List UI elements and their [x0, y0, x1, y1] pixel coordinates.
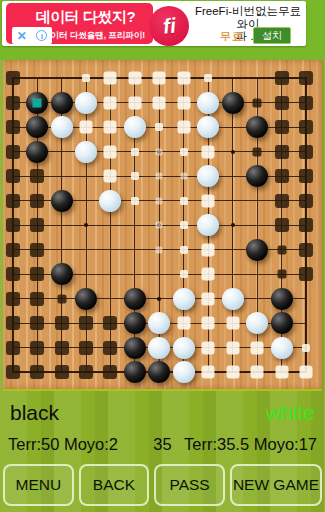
white-territory-marker — [156, 148, 163, 155]
black-territory-marker — [55, 341, 69, 355]
board-point-5-11[interactable] — [123, 336, 147, 360]
board-point-0-0[interactable] — [1, 66, 25, 90]
board-point-4-9[interactable] — [98, 287, 122, 311]
white-player-label: white — [266, 401, 315, 425]
white-territory-marker — [251, 366, 264, 379]
board-point-5-1[interactable] — [123, 91, 147, 115]
board-point-5-8[interactable] — [123, 262, 147, 286]
board-point-5-3[interactable] — [123, 140, 147, 164]
board-point-12-6[interactable] — [294, 213, 318, 237]
board-point-11-4[interactable] — [270, 164, 294, 188]
board-point-0-10[interactable] — [1, 311, 25, 335]
board-point-10-10[interactable] — [245, 311, 269, 335]
board-point-11-2[interactable] — [270, 115, 294, 139]
black-territory-marker — [299, 218, 313, 232]
board-point-2-12[interactable] — [50, 360, 74, 384]
white-territory-marker — [177, 121, 190, 134]
black-territory-marker — [30, 169, 44, 183]
black-territory-marker — [299, 145, 313, 159]
board-point-1-8[interactable] — [25, 262, 49, 286]
board-point-8-3[interactable] — [196, 140, 220, 164]
white-territory-marker — [82, 74, 90, 82]
board-point-7-9[interactable] — [172, 287, 196, 311]
board-point-10-11[interactable] — [245, 336, 269, 360]
black-territory-marker — [79, 365, 93, 379]
new-game-button[interactable]: NEW GAME — [230, 464, 322, 506]
board-point-2-2[interactable] — [50, 115, 74, 139]
white-territory-marker — [156, 222, 163, 229]
board-point-3-2[interactable] — [74, 115, 98, 139]
board-point-1-0[interactable] — [25, 66, 49, 90]
white-score: Terr:35.5 Moyo:17 — [184, 435, 317, 454]
board-point-4-11[interactable] — [98, 336, 122, 360]
board-point-0-3[interactable] — [1, 140, 25, 164]
board-point-7-7[interactable] — [172, 238, 196, 262]
board-point-10-0[interactable] — [245, 66, 269, 90]
board-point-9-10[interactable] — [221, 311, 245, 335]
white-territory-marker — [202, 292, 215, 305]
white-territory-marker — [177, 317, 190, 330]
board-point-4-3[interactable] — [98, 140, 122, 164]
board-point-1-12[interactable] — [25, 360, 49, 384]
black-stone — [51, 263, 73, 285]
black-territory-marker — [299, 71, 313, 85]
board-point-11-8[interactable] — [270, 262, 294, 286]
white-territory-marker — [104, 145, 117, 158]
white-territory-marker — [275, 366, 288, 379]
board-point-8-5[interactable] — [196, 189, 220, 213]
board-point-1-10[interactable] — [25, 311, 49, 335]
board-point-12-3[interactable] — [294, 140, 318, 164]
black-territory-marker — [275, 218, 289, 232]
black-territory-marker — [30, 243, 44, 257]
board-point-2-7[interactable] — [50, 238, 74, 262]
board-point-5-6[interactable] — [123, 213, 147, 237]
black-territory-marker — [103, 341, 117, 355]
white-territory-marker — [202, 145, 215, 158]
button-row: MENU BACK PASS NEW GAME — [3, 464, 322, 506]
white-territory-marker — [202, 194, 215, 207]
ad-icon-group: ✕ i — [12, 27, 52, 44]
board-point-7-11[interactable] — [172, 336, 196, 360]
freefi-logo-text: fi — [161, 13, 176, 38]
board-point-10-5[interactable] — [245, 189, 269, 213]
last-move-marker — [33, 98, 42, 107]
black-territory-marker — [6, 341, 20, 355]
board-point-4-8[interactable] — [98, 262, 122, 286]
board-point-0-7[interactable] — [1, 238, 25, 262]
board-point-11-7[interactable] — [270, 238, 294, 262]
board-point-6-4[interactable] — [147, 164, 171, 188]
white-stone — [173, 288, 195, 310]
black-stone — [271, 312, 293, 334]
board-point-7-10[interactable] — [172, 311, 196, 335]
info-icon[interactable]: i — [36, 30, 47, 41]
black-territory-marker — [299, 96, 313, 110]
board-point-1-2[interactable] — [25, 115, 49, 139]
board-point-1-4[interactable] — [25, 164, 49, 188]
board-point-8-11[interactable] — [196, 336, 220, 360]
board-point-6-1[interactable] — [147, 91, 171, 115]
board-point-2-0[interactable] — [50, 66, 74, 90]
board-point-0-12[interactable] — [1, 360, 25, 384]
board-point-5-9[interactable] — [123, 287, 147, 311]
board-point-9-7[interactable] — [221, 238, 245, 262]
board-point-4-2[interactable] — [98, 115, 122, 139]
white-territory-marker — [180, 246, 188, 254]
black-stone — [124, 312, 146, 334]
board-point-12-12[interactable] — [294, 360, 318, 384]
white-territory-marker — [299, 366, 312, 379]
white-territory-marker — [131, 172, 139, 180]
board-point-7-2[interactable] — [172, 115, 196, 139]
board-point-3-11[interactable] — [74, 336, 98, 360]
board-point-4-0[interactable] — [98, 66, 122, 90]
board-point-7-1[interactable] — [172, 91, 196, 115]
board-point-6-6[interactable] — [147, 213, 171, 237]
board-point-6-8[interactable] — [147, 262, 171, 286]
board-point-11-11[interactable] — [270, 336, 294, 360]
board-point-2-1[interactable] — [50, 91, 74, 115]
board-point-4-5[interactable] — [98, 189, 122, 213]
board-point-9-12[interactable] — [221, 360, 245, 384]
white-territory-marker — [104, 96, 117, 109]
board-point-11-6[interactable] — [270, 213, 294, 237]
black-territory-marker — [299, 169, 313, 183]
white-territory-marker — [128, 72, 141, 85]
board-point-6-10[interactable] — [147, 311, 171, 335]
board-point-3-12[interactable] — [74, 360, 98, 384]
board-point-10-2[interactable] — [245, 115, 269, 139]
board-point-6-11[interactable] — [147, 336, 171, 360]
white-territory-marker — [204, 74, 212, 82]
board-point-6-0[interactable] — [147, 66, 171, 90]
board-point-4-6[interactable] — [98, 213, 122, 237]
black-territory-marker — [79, 341, 93, 355]
board-point-5-12[interactable] — [123, 360, 147, 384]
white-stone — [51, 116, 73, 138]
white-stone — [173, 361, 195, 383]
black-territory-marker — [6, 71, 20, 85]
white-territory-marker — [156, 246, 163, 253]
black-stone — [222, 92, 244, 114]
board-point-9-9[interactable] — [221, 287, 245, 311]
black-territory-marker — [6, 145, 20, 159]
board-point-7-6[interactable] — [172, 213, 196, 237]
board-point-6-12[interactable] — [147, 360, 171, 384]
board-point-0-2[interactable] — [1, 115, 25, 139]
board-point-5-0[interactable] — [123, 66, 147, 90]
back-button[interactable]: BACK — [79, 464, 150, 506]
board-point-5-5[interactable] — [123, 189, 147, 213]
white-stone — [246, 312, 268, 334]
board-point-2-10[interactable] — [50, 311, 74, 335]
board-point-1-3[interactable] — [25, 140, 49, 164]
black-territory-marker — [6, 96, 20, 110]
black-territory-marker — [299, 243, 313, 257]
board-point-6-2[interactable] — [147, 115, 171, 139]
board-point-4-1[interactable] — [98, 91, 122, 115]
board-point-3-8[interactable] — [74, 262, 98, 286]
white-territory-marker — [131, 197, 139, 205]
black-territory-marker — [275, 145, 289, 159]
black-stone — [51, 190, 73, 212]
black-territory-marker — [275, 169, 289, 183]
board-point-10-12[interactable] — [245, 360, 269, 384]
board-point-11-12[interactable] — [270, 360, 294, 384]
board-point-11-9[interactable] — [270, 287, 294, 311]
white-territory-marker — [180, 270, 188, 278]
board-point-2-11[interactable] — [50, 336, 74, 360]
black-territory-marker — [30, 341, 44, 355]
board-point-0-1[interactable] — [1, 91, 25, 115]
board-point-12-11[interactable] — [294, 336, 318, 360]
board-point-9-5[interactable] — [221, 189, 245, 213]
board-point-8-8[interactable] — [196, 262, 220, 286]
board-point-1-9[interactable] — [25, 287, 49, 311]
white-territory-marker — [104, 72, 117, 85]
board-point-8-7[interactable] — [196, 238, 220, 262]
board-point-1-1[interactable] — [25, 91, 49, 115]
board-point-9-0[interactable] — [221, 66, 245, 90]
black-territory-marker — [6, 169, 20, 183]
black-stone — [271, 288, 293, 310]
go-board[interactable] — [3, 60, 322, 389]
ad-banner[interactable]: 데이터 다썼지? 데이터 다썼을땐, 프리파이! ✕ i fi FreeFi-비… — [2, 1, 306, 46]
white-stone — [148, 337, 170, 359]
white-territory-marker — [202, 317, 215, 330]
score-line: Terr:50 Moyo:2 35 Terr:35.5 Moyo:17 — [8, 435, 317, 455]
white-territory-marker — [155, 123, 163, 131]
board-point-6-5[interactable] — [147, 189, 171, 213]
black-territory-marker — [6, 218, 20, 232]
board-point-3-1[interactable] — [74, 91, 98, 115]
player-line: black white — [10, 401, 315, 427]
board-point-11-10[interactable] — [270, 311, 294, 335]
board-point-5-2[interactable] — [123, 115, 147, 139]
white-territory-marker — [131, 148, 139, 156]
board-point-8-6[interactable] — [196, 213, 220, 237]
black-territory-marker — [6, 267, 20, 281]
board-point-8-1[interactable] — [196, 91, 220, 115]
white-territory-marker — [156, 173, 163, 180]
board-point-7-4[interactable] — [172, 164, 196, 188]
board-point-10-1[interactable] — [245, 91, 269, 115]
white-stone — [124, 116, 146, 138]
white-stone — [75, 141, 97, 163]
board-point-3-10[interactable] — [74, 311, 98, 335]
black-territory-marker — [299, 120, 313, 134]
board-point-2-3[interactable] — [50, 140, 74, 164]
board-point-12-8[interactable] — [294, 262, 318, 286]
board-point-11-3[interactable] — [270, 140, 294, 164]
board-point-9-8[interactable] — [221, 262, 245, 286]
board-point-6-9[interactable] — [147, 287, 171, 311]
white-territory-marker — [251, 341, 264, 354]
white-stone — [75, 92, 97, 114]
white-stone — [197, 92, 219, 114]
menu-button[interactable]: MENU — [3, 464, 74, 506]
board-point-0-6[interactable] — [1, 213, 25, 237]
black-territory-marker — [277, 270, 286, 279]
black-territory-marker — [299, 194, 313, 208]
pass-button[interactable]: PASS — [154, 464, 225, 506]
black-territory-marker — [30, 365, 44, 379]
board-point-10-9[interactable] — [245, 287, 269, 311]
white-territory-marker — [128, 96, 141, 109]
ad-free-label: 무료 — [220, 29, 244, 44]
board-point-3-3[interactable] — [74, 140, 98, 164]
board-point-3-7[interactable] — [74, 238, 98, 262]
black-stone — [124, 288, 146, 310]
board-point-12-1[interactable] — [294, 91, 318, 115]
board-point-11-5[interactable] — [270, 189, 294, 213]
white-stone — [271, 337, 293, 359]
board-point-5-4[interactable] — [123, 164, 147, 188]
black-territory-marker — [6, 365, 20, 379]
board-point-3-0[interactable] — [74, 66, 98, 90]
board-point-6-7[interactable] — [147, 238, 171, 262]
white-stone — [148, 312, 170, 334]
black-stone — [124, 361, 146, 383]
board-point-10-3[interactable] — [245, 140, 269, 164]
board-point-9-6[interactable] — [221, 213, 245, 237]
board-point-11-1[interactable] — [270, 91, 294, 115]
board-point-5-10[interactable] — [123, 311, 147, 335]
black-territory-marker — [30, 267, 44, 281]
black-territory-marker — [253, 147, 262, 156]
board-point-10-6[interactable] — [245, 213, 269, 237]
board-point-2-8[interactable] — [50, 262, 74, 286]
board-point-7-3[interactable] — [172, 140, 196, 164]
board-point-12-4[interactable] — [294, 164, 318, 188]
white-stone — [99, 190, 121, 212]
board-point-2-5[interactable] — [50, 189, 74, 213]
board-point-7-8[interactable] — [172, 262, 196, 286]
board-point-2-6[interactable] — [50, 213, 74, 237]
black-stone — [26, 92, 48, 114]
black-territory-marker — [57, 294, 66, 303]
board-point-4-10[interactable] — [98, 311, 122, 335]
white-territory-marker — [202, 366, 215, 379]
black-territory-marker — [253, 98, 262, 107]
board-point-8-2[interactable] — [196, 115, 220, 139]
board-point-2-9[interactable] — [50, 287, 74, 311]
black-player-label: black — [10, 401, 59, 425]
board-point-12-5[interactable] — [294, 189, 318, 213]
ad-headline: 데이터 다썼지? — [6, 8, 153, 27]
black-territory-marker — [275, 96, 289, 110]
board-point-0-8[interactable] — [1, 262, 25, 286]
board-point-9-4[interactable] — [221, 164, 245, 188]
board-point-1-7[interactable] — [25, 238, 49, 262]
black-stone — [124, 337, 146, 359]
board-point-1-5[interactable] — [25, 189, 49, 213]
board-point-8-12[interactable] — [196, 360, 220, 384]
black-stone — [246, 165, 268, 187]
board-point-0-4[interactable] — [1, 164, 25, 188]
board-point-12-7[interactable] — [294, 238, 318, 262]
board-point-10-7[interactable] — [245, 238, 269, 262]
board-point-6-3[interactable] — [147, 140, 171, 164]
black-territory-marker — [6, 316, 20, 330]
board-point-12-10[interactable] — [294, 311, 318, 335]
board-point-11-0[interactable] — [270, 66, 294, 90]
board-point-12-9[interactable] — [294, 287, 318, 311]
board-point-1-11[interactable] — [25, 336, 49, 360]
black-territory-marker — [275, 120, 289, 134]
ad-install-button[interactable]: 설치 — [253, 27, 291, 44]
board-point-9-11[interactable] — [221, 336, 245, 360]
board-point-1-6[interactable] — [25, 213, 49, 237]
board-point-8-0[interactable] — [196, 66, 220, 90]
white-territory-marker — [180, 197, 188, 205]
black-score: Terr:50 Moyo:2 — [8, 435, 118, 454]
black-territory-marker — [299, 267, 313, 281]
board-point-4-12[interactable] — [98, 360, 122, 384]
board-point-4-7[interactable] — [98, 238, 122, 262]
white-territory-marker — [153, 72, 166, 85]
white-territory-marker — [202, 243, 215, 256]
black-territory-marker — [30, 292, 44, 306]
board-point-10-8[interactable] — [245, 262, 269, 286]
black-territory-marker — [30, 218, 44, 232]
board-point-9-2[interactable] — [221, 115, 245, 139]
black-territory-marker — [30, 194, 44, 208]
board-point-7-5[interactable] — [172, 189, 196, 213]
board-point-4-4[interactable] — [98, 164, 122, 188]
board-point-7-12[interactable] — [172, 360, 196, 384]
board-point-7-0[interactable] — [172, 66, 196, 90]
white-territory-marker — [226, 366, 239, 379]
black-territory-marker — [103, 316, 117, 330]
white-territory-marker — [180, 221, 188, 229]
white-territory-marker — [104, 121, 117, 134]
black-territory-marker — [6, 292, 20, 306]
board-point-8-4[interactable] — [196, 164, 220, 188]
board-point-12-0[interactable] — [294, 66, 318, 90]
board-point-0-11[interactable] — [1, 336, 25, 360]
board-point-3-4[interactable] — [74, 164, 98, 188]
black-territory-marker — [30, 316, 44, 330]
board-point-12-2[interactable] — [294, 115, 318, 139]
board-point-0-9[interactable] — [1, 287, 25, 311]
board-point-9-1[interactable] — [221, 91, 245, 115]
black-territory-marker — [55, 365, 69, 379]
board-point-0-5[interactable] — [1, 189, 25, 213]
board-point-9-3[interactable] — [221, 140, 245, 164]
black-stone — [26, 116, 48, 138]
board-point-8-9[interactable] — [196, 287, 220, 311]
white-territory-marker — [156, 197, 163, 204]
black-territory-marker — [79, 316, 93, 330]
black-stone — [246, 239, 268, 261]
board-point-2-4[interactable] — [50, 164, 74, 188]
board-point-10-4[interactable] — [245, 164, 269, 188]
black-territory-marker — [275, 194, 289, 208]
white-territory-marker — [104, 170, 117, 183]
black-stone — [148, 361, 170, 383]
board-point-8-10[interactable] — [196, 311, 220, 335]
white-stone — [173, 337, 195, 359]
close-icon[interactable]: ✕ — [17, 30, 27, 42]
board-point-3-5[interactable] — [74, 189, 98, 213]
board-point-3-9[interactable] — [74, 287, 98, 311]
board-point-5-7[interactable] — [123, 238, 147, 262]
board-point-3-6[interactable] — [74, 213, 98, 237]
white-territory-marker — [202, 268, 215, 281]
black-territory-marker — [103, 365, 117, 379]
